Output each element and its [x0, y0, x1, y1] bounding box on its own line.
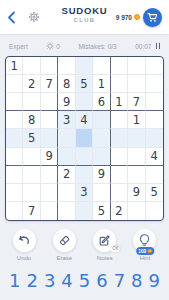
cell-r2c7[interactable] [111, 75, 128, 93]
undo-button[interactable]: Undo [10, 229, 38, 261]
cell-r5c8[interactable] [128, 129, 145, 147]
cell-r7c8[interactable] [128, 166, 145, 184]
cell-r5c5[interactable] [76, 129, 93, 147]
coin-balance: 9 970 [116, 14, 132, 21]
cell-r4c3[interactable] [41, 111, 58, 129]
cell-r1c1[interactable]: 1 [6, 57, 23, 75]
cell-r3c9[interactable] [146, 93, 163, 111]
cell-r1c4[interactable] [58, 57, 75, 75]
cell-r6c1[interactable] [6, 148, 23, 166]
cell-r7c5[interactable] [76, 166, 93, 184]
hint-label: Hint [140, 255, 151, 261]
hint-button[interactable]: 100 Hint [131, 229, 159, 261]
cell-r1c7[interactable] [111, 57, 128, 75]
cell-r9c8[interactable] [128, 202, 145, 220]
cell-r6c2[interactable] [23, 148, 40, 166]
cell-r4c8[interactable]: 1 [128, 111, 145, 129]
cell-r7c4[interactable]: 2 [58, 166, 75, 184]
page-title: SUDOKU [62, 5, 108, 16]
cell-r6c9[interactable]: 4 [146, 148, 163, 166]
cell-r8c8[interactable]: 9 [128, 184, 145, 202]
notes-off-badge: Off [110, 246, 120, 252]
numpad-5[interactable]: 5 [79, 270, 90, 291]
cell-r6c7[interactable] [111, 148, 128, 166]
cell-r2c5[interactable]: 5 [76, 75, 93, 93]
cell-r9c4[interactable] [58, 202, 75, 220]
cell-r5c7[interactable] [111, 129, 128, 147]
cell-r5c6[interactable] [93, 129, 110, 147]
cell-r3c8[interactable]: 7 [128, 93, 145, 111]
header: SUDOKU CLUB 9 970 [0, 0, 169, 34]
cell-r1c9[interactable] [146, 57, 163, 75]
cell-r7c7[interactable] [111, 166, 128, 184]
cell-r2c4[interactable]: 8 [58, 75, 75, 93]
undo-label: Undo [17, 255, 31, 261]
cell-r9c3[interactable] [41, 202, 58, 220]
cell-r3c4[interactable]: 9 [58, 93, 75, 111]
cell-r8c9[interactable]: 5 [146, 184, 163, 202]
difficulty-label: Expert [9, 43, 28, 50]
cell-r2c6[interactable]: 1 [93, 75, 110, 93]
cell-r1c2[interactable] [23, 57, 40, 75]
erase-button[interactable]: Erase [50, 229, 78, 261]
back-button[interactable] [7, 10, 19, 24]
score-value: 0 [56, 43, 60, 50]
cell-r7c1[interactable] [6, 166, 23, 184]
hint-bulb-icon [138, 234, 151, 247]
cell-r4c2[interactable]: 8 [23, 111, 40, 129]
cell-r6c4[interactable] [58, 148, 75, 166]
sudoku-board: 1278519617834159429395752 [5, 56, 164, 221]
numpad-3[interactable]: 3 [44, 270, 55, 291]
cell-r5c4[interactable] [58, 129, 75, 147]
cell-r3c1[interactable] [6, 93, 23, 111]
timer-group: 00:07 [135, 43, 160, 50]
notes-button[interactable]: Off Notes [91, 229, 119, 261]
cell-r9c5[interactable] [76, 202, 93, 220]
cell-r4c1[interactable] [6, 111, 23, 129]
mini-coin-icon [147, 249, 152, 254]
cell-r2c1[interactable] [6, 75, 23, 93]
cell-r3c6[interactable]: 6 [93, 93, 110, 111]
coin-icon [134, 14, 140, 20]
toolbar: Undo Erase Off Notes [0, 229, 169, 261]
hint-cost-badge: 100 [136, 247, 154, 255]
notes-icon [98, 234, 111, 247]
cell-r9c6[interactable]: 5 [93, 202, 110, 220]
cell-r9c7[interactable]: 2 [111, 202, 128, 220]
cell-r7c9[interactable] [146, 166, 163, 184]
cell-r4c4[interactable]: 3 [58, 111, 75, 129]
settings-button[interactable] [28, 11, 40, 23]
numpad-2[interactable]: 2 [26, 270, 37, 291]
numpad-8[interactable]: 8 [131, 270, 142, 291]
cell-r2c2[interactable]: 2 [23, 75, 40, 93]
cell-r9c9[interactable] [146, 202, 163, 220]
pause-icon [159, 43, 161, 49]
score-group: 0 [46, 42, 60, 50]
back-chevron-icon [7, 11, 16, 24]
cell-r3c7[interactable]: 1 [111, 93, 128, 111]
cell-r3c5[interactable] [76, 93, 93, 111]
cell-r9c1[interactable] [6, 202, 23, 220]
cell-r9c2[interactable]: 7 [23, 202, 40, 220]
numpad-9[interactable]: 9 [149, 270, 160, 291]
numpad-4[interactable]: 4 [61, 270, 72, 291]
cell-r1c3[interactable] [41, 57, 58, 75]
cell-r2c9[interactable] [146, 75, 163, 93]
undo-icon [18, 234, 31, 247]
cell-r4c6[interactable] [93, 111, 110, 129]
number-pad: 123456789 [0, 270, 169, 291]
cell-r8c6[interactable] [93, 184, 110, 202]
cell-r5c9[interactable] [146, 129, 163, 147]
cell-r8c7[interactable] [111, 184, 128, 202]
cell-r2c3[interactable]: 7 [41, 75, 58, 93]
cell-r7c2[interactable] [23, 166, 40, 184]
cell-r5c2[interactable]: 5 [23, 129, 40, 147]
pause-icon [156, 43, 158, 49]
numpad-6[interactable]: 6 [96, 270, 107, 291]
score-icon [46, 42, 54, 50]
gear-icon [28, 11, 40, 23]
eraser-icon [58, 234, 71, 247]
cell-r6c3[interactable]: 9 [41, 148, 58, 166]
cell-r6c8[interactable] [128, 148, 145, 166]
cell-r7c6[interactable]: 9 [93, 166, 110, 184]
cell-r8c3[interactable] [41, 184, 58, 202]
cell-r4c7[interactable] [111, 111, 128, 129]
cell-r8c5[interactable]: 3 [76, 184, 93, 202]
hint-cost-value: 100 [138, 249, 146, 254]
status-bar: Expert 0 Mistakes: 0/3 00:07 [0, 40, 169, 52]
cell-r8c1[interactable] [6, 184, 23, 202]
notes-label: Notes [97, 255, 113, 261]
cell-r3c3[interactable] [41, 93, 58, 111]
cart-icon [147, 12, 158, 23]
pause-button[interactable] [156, 43, 161, 49]
numpad-1[interactable]: 1 [9, 270, 20, 291]
cell-r6c5[interactable] [76, 148, 93, 166]
erase-label: Erase [56, 255, 72, 261]
shop-button[interactable] [143, 8, 162, 27]
cell-r7c3[interactable] [41, 166, 58, 184]
cell-r8c2[interactable] [23, 184, 40, 202]
cell-r6c6[interactable] [93, 148, 110, 166]
cell-r8c4[interactable] [58, 184, 75, 202]
cell-r5c3[interactable] [41, 129, 58, 147]
timer-value: 00:07 [135, 43, 151, 50]
cell-r5c1[interactable] [6, 129, 23, 147]
cell-r1c6[interactable] [93, 57, 110, 75]
cell-r3c2[interactable] [23, 93, 40, 111]
cell-r4c9[interactable] [146, 111, 163, 129]
cell-r1c8[interactable] [128, 57, 145, 75]
cell-r1c5[interactable] [76, 57, 93, 75]
mistakes-label: Mistakes: 0/3 [78, 43, 116, 50]
cell-r4c5[interactable]: 4 [76, 111, 93, 129]
numpad-7[interactable]: 7 [114, 270, 125, 291]
cell-r2c8[interactable] [128, 75, 145, 93]
page-subtitle: CLUB [74, 17, 95, 23]
